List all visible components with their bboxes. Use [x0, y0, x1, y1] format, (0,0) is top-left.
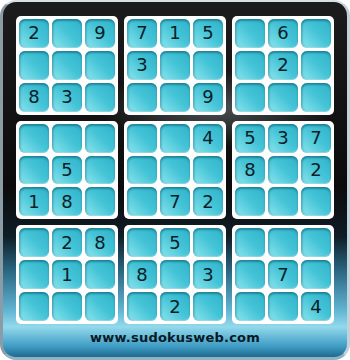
sudoku-grid: 2983715396251847253782281583274	[16, 16, 334, 324]
cell-r2c7[interactable]	[235, 51, 265, 80]
cell-r3c5[interactable]	[160, 83, 190, 112]
cell-r9c2[interactable]	[52, 292, 82, 321]
box-3: 62	[232, 16, 334, 115]
cell-r4c9[interactable]: 7	[301, 124, 331, 153]
cell-r8c8[interactable]: 7	[268, 260, 298, 289]
cell-r1c1[interactable]: 2	[19, 19, 49, 48]
cell-r2c9[interactable]	[301, 51, 331, 80]
cell-r1c8[interactable]: 6	[268, 19, 298, 48]
cell-r5c7[interactable]: 8	[235, 156, 265, 185]
cell-r1c5[interactable]: 1	[160, 19, 190, 48]
cell-r3c8[interactable]	[268, 83, 298, 112]
cell-r4c5[interactable]	[160, 124, 190, 153]
cell-r5c4[interactable]	[127, 156, 157, 185]
site-url-label: www.sudokusweb.com	[90, 330, 260, 345]
cell-r5c6[interactable]	[193, 156, 223, 185]
cell-r6c1[interactable]: 1	[19, 187, 49, 216]
cell-r9c7[interactable]	[235, 292, 265, 321]
cell-r8c1[interactable]	[19, 260, 49, 289]
cell-r6c2[interactable]: 8	[52, 187, 82, 216]
cell-r9c9[interactable]: 4	[301, 292, 331, 321]
cell-r1c2[interactable]	[52, 19, 82, 48]
sudoku-board: 2983715396251847253782281583274 www.sudo…	[0, 0, 350, 360]
cell-r7c1[interactable]	[19, 228, 49, 257]
cell-r5c3[interactable]	[85, 156, 115, 185]
cell-r5c2[interactable]: 5	[52, 156, 82, 185]
cell-r1c7[interactable]	[235, 19, 265, 48]
box-1: 2983	[16, 16, 118, 115]
box-6: 53782	[232, 121, 334, 220]
box-7: 281	[16, 225, 118, 324]
cell-r2c1[interactable]	[19, 51, 49, 80]
cell-r3c4[interactable]	[127, 83, 157, 112]
cell-r6c4[interactable]	[127, 187, 157, 216]
cell-r9c5[interactable]: 2	[160, 292, 190, 321]
cell-r7c3[interactable]: 8	[85, 228, 115, 257]
cell-r1c4[interactable]: 7	[127, 19, 157, 48]
cell-r7c4[interactable]	[127, 228, 157, 257]
cell-r4c2[interactable]	[52, 124, 82, 153]
cell-r9c3[interactable]	[85, 292, 115, 321]
cell-r5c9[interactable]: 2	[301, 156, 331, 185]
cell-r2c8[interactable]: 2	[268, 51, 298, 80]
cell-r6c3[interactable]	[85, 187, 115, 216]
site-footer: www.sudokusweb.com	[3, 324, 347, 357]
cell-r9c8[interactable]	[268, 292, 298, 321]
cell-r9c1[interactable]	[19, 292, 49, 321]
cell-r8c2[interactable]: 1	[52, 260, 82, 289]
cell-r4c3[interactable]	[85, 124, 115, 153]
cell-r7c9[interactable]	[301, 228, 331, 257]
cell-r8c9[interactable]	[301, 260, 331, 289]
cell-r9c4[interactable]	[127, 292, 157, 321]
cell-r1c6[interactable]: 5	[193, 19, 223, 48]
cell-r8c5[interactable]	[160, 260, 190, 289]
box-4: 518	[16, 121, 118, 220]
box-8: 5832	[124, 225, 226, 324]
cell-r4c8[interactable]: 3	[268, 124, 298, 153]
cell-r4c4[interactable]	[127, 124, 157, 153]
cell-r5c5[interactable]	[160, 156, 190, 185]
cell-r6c8[interactable]	[268, 187, 298, 216]
cell-r8c7[interactable]	[235, 260, 265, 289]
cell-r3c9[interactable]	[301, 83, 331, 112]
cell-r1c9[interactable]	[301, 19, 331, 48]
cell-r7c7[interactable]	[235, 228, 265, 257]
cell-r5c1[interactable]	[19, 156, 49, 185]
cell-r6c7[interactable]	[235, 187, 265, 216]
cell-r8c3[interactable]	[85, 260, 115, 289]
box-9: 74	[232, 225, 334, 324]
page: 2983715396251847253782281583274 www.sudo…	[0, 0, 350, 360]
cell-r4c1[interactable]	[19, 124, 49, 153]
cell-r2c4[interactable]: 3	[127, 51, 157, 80]
cell-r2c5[interactable]	[160, 51, 190, 80]
cell-r1c3[interactable]: 9	[85, 19, 115, 48]
cell-r3c1[interactable]: 8	[19, 83, 49, 112]
cell-r3c6[interactable]: 9	[193, 83, 223, 112]
cell-r7c2[interactable]: 2	[52, 228, 82, 257]
cell-r4c7[interactable]: 5	[235, 124, 265, 153]
cell-r8c6[interactable]: 3	[193, 260, 223, 289]
box-5: 472	[124, 121, 226, 220]
cell-r2c6[interactable]	[193, 51, 223, 80]
cell-r9c6[interactable]	[193, 292, 223, 321]
cell-r2c3[interactable]	[85, 51, 115, 80]
cell-r3c3[interactable]	[85, 83, 115, 112]
cell-r3c7[interactable]	[235, 83, 265, 112]
cell-r5c8[interactable]	[268, 156, 298, 185]
box-2: 71539	[124, 16, 226, 115]
cell-r6c6[interactable]: 2	[193, 187, 223, 216]
cell-r6c5[interactable]: 7	[160, 187, 190, 216]
cell-r7c8[interactable]	[268, 228, 298, 257]
cell-r2c2[interactable]	[52, 51, 82, 80]
cell-r3c2[interactable]: 3	[52, 83, 82, 112]
cell-r7c5[interactable]: 5	[160, 228, 190, 257]
cell-r6c9[interactable]	[301, 187, 331, 216]
cell-r8c4[interactable]: 8	[127, 260, 157, 289]
cell-r4c6[interactable]: 4	[193, 124, 223, 153]
cell-r7c6[interactable]	[193, 228, 223, 257]
